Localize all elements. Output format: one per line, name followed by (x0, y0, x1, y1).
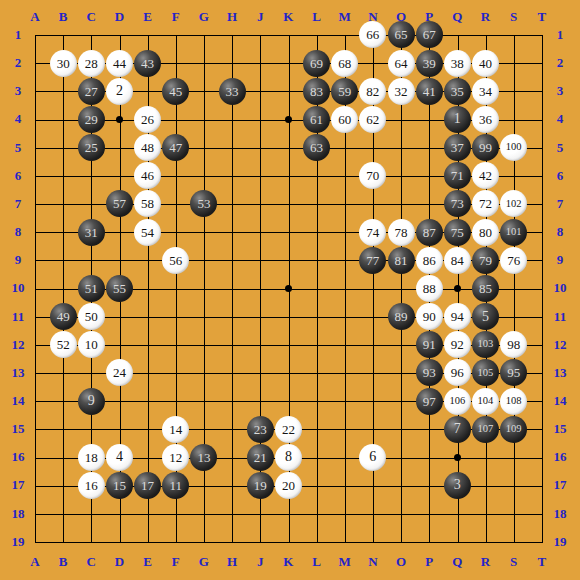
stone[interactable]: 31 (78, 219, 105, 246)
stone[interactable]: 49 (50, 303, 77, 330)
stone-number: 3 (454, 478, 461, 492)
stone[interactable]: 40 (472, 50, 499, 77)
stone-number: 23 (254, 423, 267, 436)
stone-number: 40 (479, 57, 492, 70)
stone-number: 79 (479, 254, 492, 267)
stone-number: 11 (170, 479, 183, 492)
go-board: ABCDEFGHJKLMNOPQRST ABCDEFGHJKLMNOPQRST … (0, 0, 580, 580)
stone[interactable]: 51 (78, 275, 105, 302)
stone-number: 58 (141, 197, 154, 210)
stone-number: 52 (57, 338, 70, 351)
stone-number: 106 (449, 396, 465, 407)
stone-number: 59 (338, 85, 351, 98)
stone[interactable]: 36 (472, 106, 499, 133)
stone-number: 39 (423, 57, 436, 70)
column-label: P (415, 554, 443, 570)
stone[interactable]: 7 (444, 416, 471, 443)
stone-number: 71 (451, 169, 464, 182)
stone-number: 26 (141, 113, 154, 126)
stone[interactable]: 26 (134, 106, 161, 133)
stone[interactable]: 99 (472, 134, 499, 161)
stone[interactable]: 88 (416, 275, 443, 302)
stone[interactable]: 94 (444, 303, 471, 330)
stone[interactable]: 82 (359, 78, 386, 105)
star-point (454, 285, 461, 292)
stone-number: 33 (226, 85, 239, 98)
stone[interactable]: 33 (219, 78, 246, 105)
stone-number: 87 (423, 226, 436, 239)
stone[interactable]: 29 (78, 106, 105, 133)
stone[interactable]: 103 (472, 331, 499, 358)
stone-number: 73 (451, 197, 464, 210)
stone[interactable]: 23 (247, 416, 274, 443)
stone[interactable]: 37 (444, 134, 471, 161)
column-label: C (77, 554, 105, 570)
stone-number: 77 (366, 254, 379, 267)
stone-number: 47 (169, 141, 182, 154)
stone[interactable]: 63 (303, 134, 330, 161)
stone-number: 7 (454, 422, 461, 436)
stone-number: 64 (395, 57, 408, 70)
stone[interactable]: 52 (50, 331, 77, 358)
column-label: O (387, 554, 415, 570)
stone-number: 61 (310, 113, 323, 126)
stone-number: 95 (507, 366, 520, 379)
column-label: B (49, 554, 77, 570)
stone-number: 29 (85, 113, 98, 126)
stone[interactable]: 48 (134, 134, 161, 161)
stone[interactable]: 93 (416, 359, 443, 386)
stone-number: 107 (478, 424, 494, 435)
stone[interactable]: 54 (134, 219, 161, 246)
stone-number: 17 (141, 479, 154, 492)
stone-number: 56 (169, 254, 182, 267)
stone[interactable]: 9 (78, 388, 105, 415)
stone-number: 109 (506, 424, 522, 435)
stone-number: 2 (116, 84, 123, 98)
stone[interactable]: 32 (388, 78, 415, 105)
stone[interactable]: 60 (331, 106, 358, 133)
column-label: D (105, 554, 133, 570)
stone-number: 42 (479, 169, 492, 182)
stone[interactable]: 12 (162, 444, 189, 471)
stone-number: 9 (88, 394, 95, 408)
stone[interactable]: 43 (134, 50, 161, 77)
stone-number: 98 (507, 338, 520, 351)
stone[interactable]: 79 (472, 247, 499, 274)
stone[interactable]: 108 (500, 388, 527, 415)
stone[interactable]: 27 (78, 78, 105, 105)
stone-number: 90 (423, 310, 436, 323)
stone[interactable]: 22 (275, 416, 302, 443)
stone[interactable]: 100 (500, 134, 527, 161)
stone[interactable]: 102 (500, 190, 527, 217)
stone-number: 50 (85, 310, 98, 323)
stone-number: 68 (338, 57, 351, 70)
stone-number: 6 (369, 450, 376, 464)
column-label: L (302, 554, 330, 570)
stone-number: 82 (366, 85, 379, 98)
stone[interactable]: 74 (359, 219, 386, 246)
stone[interactable]: 67 (416, 21, 443, 48)
column-label: S (500, 554, 528, 570)
column-label: M (331, 554, 359, 570)
stone[interactable]: 85 (472, 275, 499, 302)
stone[interactable]: 89 (388, 303, 415, 330)
stone[interactable]: 105 (472, 359, 499, 386)
stone[interactable]: 107 (472, 416, 499, 443)
stone[interactable]: 11 (162, 472, 189, 499)
stone[interactable]: 46 (134, 162, 161, 189)
stone-number: 28 (85, 57, 98, 70)
stone-number: 35 (451, 85, 464, 98)
stone[interactable]: 50 (78, 303, 105, 330)
stone-number: 27 (85, 85, 98, 98)
column-label: F (162, 554, 190, 570)
stone-number: 94 (451, 310, 464, 323)
stone[interactable]: 66 (359, 21, 386, 48)
stone[interactable]: 96 (444, 359, 471, 386)
stone-number: 14 (169, 423, 182, 436)
stone[interactable]: 8 (275, 444, 302, 471)
stone[interactable]: 17 (134, 472, 161, 499)
stone[interactable]: 78 (388, 219, 415, 246)
stone[interactable]: 45 (162, 78, 189, 105)
stone-number: 21 (254, 451, 267, 464)
stone-number: 83 (310, 85, 323, 98)
stone[interactable]: 91 (416, 331, 443, 358)
column-label: A (21, 554, 49, 570)
stone[interactable]: 83 (303, 78, 330, 105)
stone[interactable]: 18 (78, 444, 105, 471)
stone-number: 88 (423, 282, 436, 295)
stone[interactable]: 1 (444, 106, 471, 133)
stone[interactable]: 16 (78, 472, 105, 499)
stone-number: 92 (451, 338, 464, 351)
stone[interactable]: 19 (247, 472, 274, 499)
stone[interactable]: 68 (331, 50, 358, 77)
stone-number: 89 (395, 310, 408, 323)
stone[interactable]: 104 (472, 388, 499, 415)
stone[interactable]: 53 (190, 190, 217, 217)
stone-number: 44 (113, 57, 126, 70)
star-point (285, 116, 292, 123)
column-labels-bottom: ABCDEFGHJKLMNOPQRST (21, 554, 556, 570)
stone-number: 80 (479, 226, 492, 239)
stone-number: 49 (57, 310, 70, 323)
stone[interactable]: 81 (388, 247, 415, 274)
stone-number: 101 (506, 227, 522, 238)
stone[interactable]: 86 (416, 247, 443, 274)
stone[interactable]: 77 (359, 247, 386, 274)
stone[interactable]: 64 (388, 50, 415, 77)
stone[interactable]: 24 (106, 359, 133, 386)
stone[interactable]: 15 (106, 472, 133, 499)
column-label: J (246, 554, 274, 570)
stone-number: 10 (85, 338, 98, 351)
stone[interactable]: 70 (359, 162, 386, 189)
stone-number: 8 (285, 450, 292, 464)
stone[interactable]: 71 (444, 162, 471, 189)
stone-number: 65 (395, 28, 408, 41)
stone-number: 78 (395, 226, 408, 239)
stone[interactable]: 3 (444, 472, 471, 499)
column-label: K (274, 554, 302, 570)
stone[interactable]: 10 (78, 331, 105, 358)
stone[interactable]: 62 (359, 106, 386, 133)
stone[interactable]: 75 (444, 219, 471, 246)
column-label: H (218, 554, 246, 570)
stone[interactable]: 5 (472, 303, 499, 330)
stone-number: 19 (254, 479, 267, 492)
stone[interactable]: 14 (162, 416, 189, 443)
column-label: N (359, 554, 387, 570)
stone-number: 1 (454, 112, 461, 126)
stone-number: 103 (478, 339, 494, 350)
stone-number: 12 (169, 451, 182, 464)
stone-number: 86 (423, 254, 436, 267)
stone-number: 75 (451, 226, 464, 239)
stone[interactable]: 90 (416, 303, 443, 330)
stone-number: 15 (113, 479, 126, 492)
board-grid: 1234567891011121314151617181920212223242… (21, 21, 556, 556)
stone[interactable]: 98 (500, 331, 527, 358)
stone-number: 99 (479, 141, 492, 154)
stone-number: 36 (479, 113, 492, 126)
stone-number: 85 (479, 282, 492, 295)
stone-number: 5 (482, 310, 489, 324)
stone[interactable]: 76 (500, 247, 527, 274)
stone-number: 25 (85, 141, 98, 154)
stone-number: 108 (506, 396, 522, 407)
stone[interactable]: 58 (134, 190, 161, 217)
stone[interactable]: 20 (275, 472, 302, 499)
stone[interactable]: 25 (78, 134, 105, 161)
stone[interactable]: 61 (303, 106, 330, 133)
stone-number: 84 (451, 254, 464, 267)
stone[interactable]: 84 (444, 247, 471, 274)
stone[interactable]: 56 (162, 247, 189, 274)
stone-number: 41 (423, 85, 436, 98)
stone-number: 38 (451, 57, 464, 70)
stone[interactable]: 92 (444, 331, 471, 358)
stone-number: 93 (423, 366, 436, 379)
stone[interactable]: 38 (444, 50, 471, 77)
stone-number: 37 (451, 141, 464, 154)
stone-number: 51 (85, 282, 98, 295)
stone[interactable]: 95 (500, 359, 527, 386)
stone[interactable]: 28 (78, 50, 105, 77)
stone-number: 31 (85, 226, 98, 239)
stone-number: 46 (141, 169, 154, 182)
stone[interactable]: 44 (106, 50, 133, 77)
stone-number: 74 (366, 226, 379, 239)
stone[interactable]: 59 (331, 78, 358, 105)
star-point (454, 454, 461, 461)
stone-number: 62 (366, 113, 379, 126)
stone[interactable]: 80 (472, 219, 499, 246)
star-point (116, 116, 123, 123)
stone-number: 43 (141, 57, 154, 70)
stone[interactable]: 87 (416, 219, 443, 246)
stone-number: 63 (310, 141, 323, 154)
stone-number: 105 (478, 368, 494, 379)
stone-number: 24 (113, 366, 126, 379)
stone[interactable]: 4 (106, 444, 133, 471)
stone-number: 18 (85, 451, 98, 464)
stone[interactable]: 30 (50, 50, 77, 77)
stone-number: 60 (338, 113, 351, 126)
stone-number: 55 (113, 282, 126, 295)
stone-number: 48 (141, 141, 154, 154)
stone-number: 53 (197, 197, 210, 210)
stone[interactable]: 106 (444, 388, 471, 415)
stone-number: 4 (116, 450, 123, 464)
stone[interactable]: 2 (106, 78, 133, 105)
stone[interactable]: 6 (359, 444, 386, 471)
stone-number: 16 (85, 479, 98, 492)
column-label: G (190, 554, 218, 570)
stone-number: 102 (506, 199, 522, 210)
stone[interactable]: 35 (444, 78, 471, 105)
stone[interactable]: 69 (303, 50, 330, 77)
stone[interactable]: 97 (416, 388, 443, 415)
star-point (285, 285, 292, 292)
stone-number: 72 (479, 197, 492, 210)
stone-number: 69 (310, 57, 323, 70)
stone[interactable]: 57 (106, 190, 133, 217)
stone[interactable]: 13 (190, 444, 217, 471)
stone[interactable]: 73 (444, 190, 471, 217)
stone[interactable]: 34 (472, 78, 499, 105)
stone-number: 32 (395, 85, 408, 98)
stone-number: 57 (113, 197, 126, 210)
column-label: Q (443, 554, 471, 570)
stone[interactable]: 39 (416, 50, 443, 77)
stone[interactable]: 72 (472, 190, 499, 217)
stone[interactable]: 101 (500, 219, 527, 246)
stone-number: 70 (366, 169, 379, 182)
stone-number: 104 (478, 396, 494, 407)
stone-number: 54 (141, 226, 154, 239)
stone[interactable]: 65 (388, 21, 415, 48)
stone-number: 66 (366, 28, 379, 41)
stone[interactable]: 55 (106, 275, 133, 302)
stone-number: 13 (197, 451, 210, 464)
stone-number: 81 (395, 254, 408, 267)
stone-number: 22 (282, 423, 295, 436)
stone-number: 100 (506, 142, 522, 153)
column-label: T (528, 554, 556, 570)
stone-number: 97 (423, 395, 436, 408)
column-label: E (134, 554, 162, 570)
stone-number: 34 (479, 85, 492, 98)
stone-number: 30 (57, 57, 70, 70)
stone-number: 96 (451, 366, 464, 379)
stone[interactable]: 47 (162, 134, 189, 161)
stone-number: 91 (423, 338, 436, 351)
stone[interactable]: 42 (472, 162, 499, 189)
stone-number: 76 (507, 254, 520, 267)
stone[interactable]: 41 (416, 78, 443, 105)
stone-number: 45 (169, 85, 182, 98)
stone-number: 20 (282, 479, 295, 492)
column-label: R (471, 554, 499, 570)
stone-number: 67 (423, 28, 436, 41)
stone[interactable]: 109 (500, 416, 527, 443)
stone[interactable]: 21 (247, 444, 274, 471)
